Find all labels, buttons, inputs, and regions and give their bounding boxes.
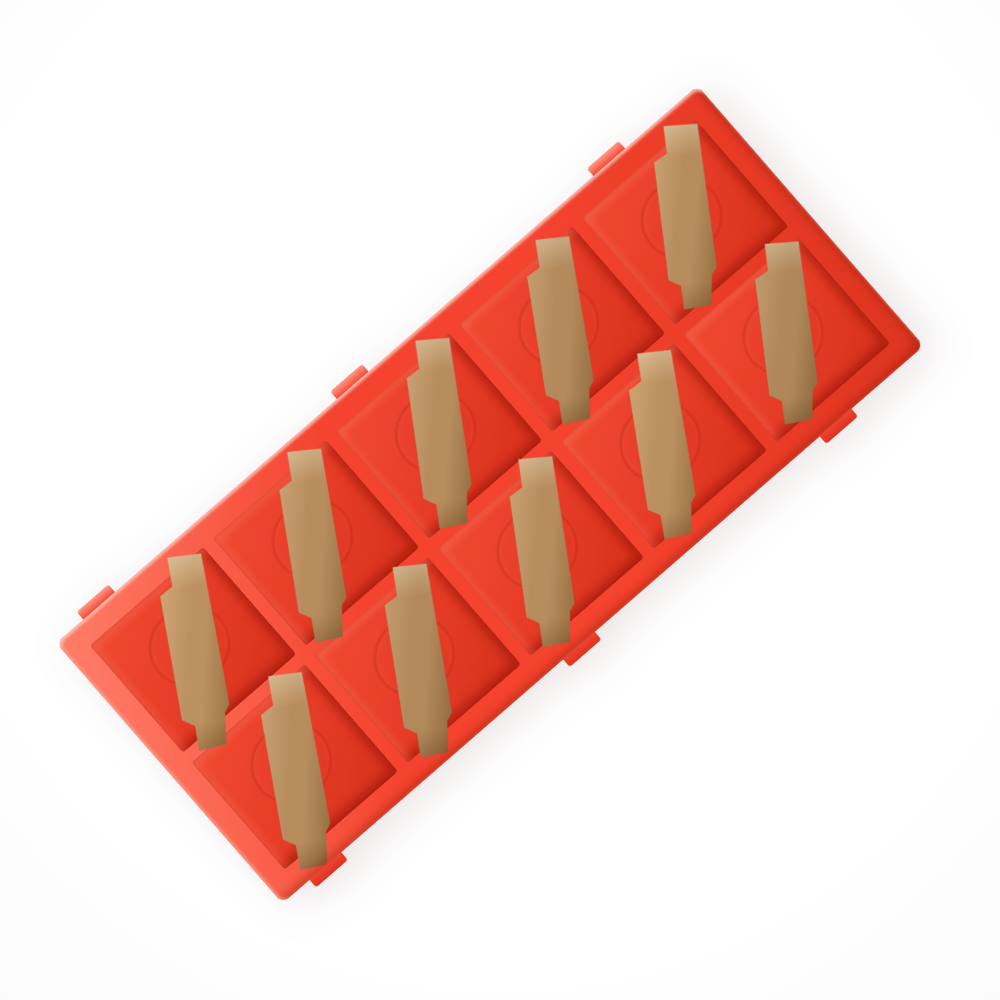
latch-tab bbox=[330, 364, 369, 400]
latch-tab bbox=[587, 141, 626, 177]
photo-background bbox=[0, 0, 1000, 1000]
insert-box-tray bbox=[56, 85, 924, 903]
latch-tab bbox=[819, 408, 858, 444]
tray-grid bbox=[90, 119, 890, 869]
latch-tab bbox=[77, 584, 116, 620]
